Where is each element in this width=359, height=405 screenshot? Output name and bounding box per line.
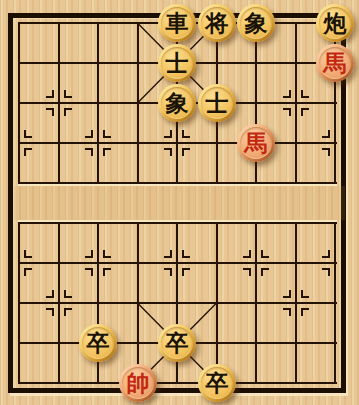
piece-character: 士	[206, 91, 229, 114]
piece-character: 象	[166, 91, 189, 114]
piece-black-advisor[interactable]: 士	[198, 84, 236, 122]
piece-black-soldier[interactable]: 卒	[198, 364, 236, 402]
piece-black-advisor[interactable]: 士	[158, 44, 196, 82]
piece-face: 車	[161, 7, 193, 39]
piece-black-elephant[interactable]: 象	[158, 84, 196, 122]
piece-character: 車	[166, 11, 189, 34]
piece-red-general[interactable]: 帥	[119, 364, 157, 402]
piece-face: 炮	[319, 7, 351, 39]
piece-character: 馬	[324, 51, 347, 74]
piece-face: 卒	[161, 327, 193, 359]
piece-black-cannon[interactable]: 炮	[316, 4, 354, 42]
pieces-layer: 車将象炮士馬象士馬卒卒帥卒	[0, 0, 359, 405]
piece-black-soldier[interactable]: 卒	[79, 324, 117, 362]
piece-character: 象	[245, 11, 268, 34]
piece-face: 馬	[240, 127, 272, 159]
piece-black-chariot[interactable]: 車	[158, 4, 196, 42]
piece-face: 将	[201, 7, 233, 39]
piece-face: 士	[201, 87, 233, 119]
piece-face: 卒	[201, 367, 233, 399]
piece-character: 将	[206, 11, 229, 34]
piece-character: 馬	[245, 131, 268, 154]
piece-character: 卒	[206, 371, 229, 394]
piece-red-horse[interactable]: 馬	[237, 124, 275, 162]
piece-character: 卒	[87, 331, 110, 354]
piece-character: 卒	[166, 331, 189, 354]
xiangqi-board: 車将象炮士馬象士馬卒卒帥卒	[0, 0, 359, 405]
piece-black-soldier[interactable]: 卒	[158, 324, 196, 362]
piece-character: 炮	[324, 11, 347, 34]
piece-face: 象	[240, 7, 272, 39]
piece-black-elephant[interactable]: 象	[237, 4, 275, 42]
piece-character: 士	[166, 51, 189, 74]
piece-character: 帥	[127, 371, 150, 394]
piece-face: 士	[161, 47, 193, 79]
piece-face: 馬	[319, 47, 351, 79]
piece-face: 卒	[82, 327, 114, 359]
piece-black-general[interactable]: 将	[198, 4, 236, 42]
xiangqi-app: 車将象炮士馬象士馬卒卒帥卒	[0, 0, 359, 405]
piece-face: 象	[161, 87, 193, 119]
piece-face: 帥	[122, 367, 154, 399]
piece-red-horse[interactable]: 馬	[316, 44, 354, 82]
